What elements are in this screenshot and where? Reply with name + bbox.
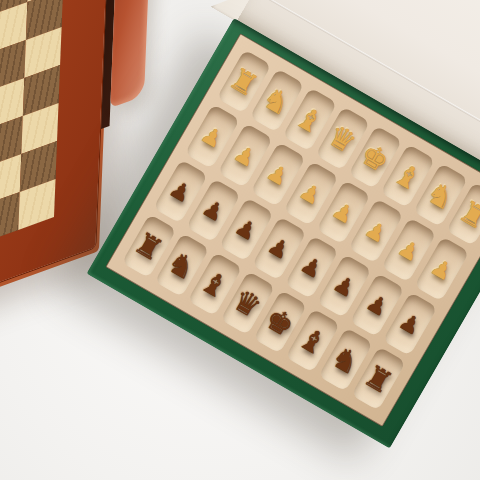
piece-black-bishop: ♝: [293, 322, 331, 361]
piece-black-knight: ♞: [326, 341, 364, 380]
piece-black-pawn: ♟: [297, 253, 326, 283]
piece-white-pawn: ♟: [427, 255, 456, 285]
piece-black-queen: ♛: [228, 284, 266, 323]
piece-black-pawn: ♟: [395, 309, 424, 339]
piece-black-pawn: ♟: [231, 215, 260, 245]
piece-black-king: ♚: [261, 303, 299, 342]
piece-black-rook: ♜: [129, 227, 167, 266]
piece-white-pawn: ♟: [263, 160, 292, 190]
piece-white-king: ♚: [356, 139, 394, 178]
piece-black-rook: ♜: [359, 360, 397, 399]
board-square: [0, 192, 20, 243]
piece-white-knight: ♞: [421, 176, 459, 215]
chess-set-photo: ♜♞♝♛♚♝♞♜♟♟♟♟♟♟♟♟♟♟♟♟♟♟♟♟♜♞♝♛♚♝♞♜: [0, 0, 480, 480]
piece-black-knight: ♞: [162, 246, 200, 285]
board-squares: [0, 0, 66, 320]
piece-black-pawn: ♟: [330, 272, 359, 302]
piece-black-pawn: ♟: [362, 291, 391, 321]
piece-white-pawn: ♟: [230, 141, 259, 171]
piece-white-bishop: ♝: [290, 101, 328, 140]
piece-black-bishop: ♝: [195, 265, 233, 304]
piece-white-pawn: ♟: [296, 179, 325, 209]
piece-white-queen: ♛: [323, 120, 361, 159]
piece-white-rook: ♜: [224, 63, 262, 102]
piece-white-pawn: ♟: [197, 122, 226, 152]
piece-white-pawn: ♟: [394, 236, 423, 266]
board-side-edge: [110, 0, 155, 108]
piece-black-pawn: ♟: [264, 234, 293, 264]
piece-black-pawn: ♟: [166, 177, 195, 207]
piece-white-knight: ♞: [257, 82, 295, 121]
piece-white-pawn: ♟: [328, 198, 357, 228]
piece-black-pawn: ♟: [198, 196, 227, 226]
piece-white-bishop: ♝: [388, 157, 426, 196]
board-frame: [0, 0, 111, 382]
piece-white-rook: ♜: [454, 195, 480, 234]
piece-white-pawn: ♟: [361, 217, 390, 247]
